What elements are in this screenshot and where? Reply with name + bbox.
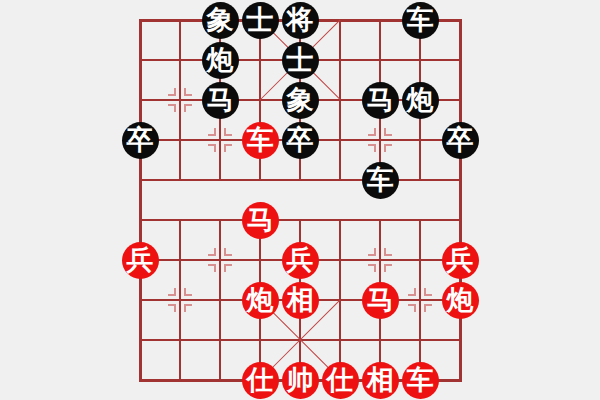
point-marker-arm [384, 144, 386, 152]
piece-black-soldier[interactable]: 卒 [122, 122, 159, 159]
point-marker-arm [214, 128, 216, 136]
piece-black-advisor[interactable]: 士 [242, 2, 279, 39]
piece-black-elephant[interactable]: 象 [202, 2, 239, 39]
piece-red-cannon[interactable]: 炮 [442, 282, 479, 319]
point-marker-arm [424, 288, 426, 296]
point-marker-arm [384, 264, 386, 272]
piece-red-general[interactable]: 帅 [282, 362, 319, 399]
piece-red-advisor[interactable]: 仕 [322, 362, 359, 399]
point-marker-arm [424, 304, 426, 312]
piece-black-elephant[interactable]: 象 [282, 82, 319, 119]
point-marker-arm [414, 288, 416, 296]
point-marker-arm [384, 128, 386, 136]
piece-red-chariot[interactable]: 车 [242, 122, 279, 159]
piece-red-elephant[interactable]: 相 [282, 282, 319, 319]
piece-black-soldier[interactable]: 卒 [442, 122, 479, 159]
point-marker-arm [414, 304, 416, 312]
piece-black-horse[interactable]: 马 [362, 82, 399, 119]
piece-black-advisor[interactable]: 士 [282, 42, 319, 79]
piece-red-soldier[interactable]: 兵 [442, 242, 479, 279]
piece-red-advisor[interactable]: 仕 [242, 362, 279, 399]
piece-red-elephant[interactable]: 相 [362, 362, 399, 399]
piece-red-chariot[interactable]: 车 [402, 362, 439, 399]
piece-red-cannon[interactable]: 炮 [242, 282, 279, 319]
point-marker-arm [174, 104, 176, 112]
grid-line [219, 220, 221, 380]
point-marker-arm [214, 144, 216, 152]
point-marker-arm [374, 128, 376, 136]
piece-black-chariot[interactable]: 车 [362, 162, 399, 199]
point-marker-arm [174, 288, 176, 296]
grid-line [179, 20, 181, 180]
piece-black-cannon[interactable]: 炮 [202, 42, 239, 79]
piece-black-general[interactable]: 将 [282, 2, 319, 39]
piece-black-horse[interactable]: 马 [202, 82, 239, 119]
piece-black-soldier[interactable]: 卒 [282, 122, 319, 159]
point-marker-arm [224, 144, 226, 152]
piece-black-chariot[interactable]: 车 [402, 2, 439, 39]
piece-red-horse[interactable]: 马 [362, 282, 399, 319]
piece-black-cannon[interactable]: 炮 [402, 82, 439, 119]
piece-red-soldier[interactable]: 兵 [122, 242, 159, 279]
piece-red-horse[interactable]: 马 [242, 202, 279, 239]
point-marker-arm [224, 264, 226, 272]
point-marker-arm [184, 304, 186, 312]
point-marker-arm [184, 288, 186, 296]
point-marker-arm [384, 248, 386, 256]
piece-red-soldier[interactable]: 兵 [282, 242, 319, 279]
point-marker-arm [374, 264, 376, 272]
point-marker-arm [224, 128, 226, 136]
xiangqi-app: 象士将车炮士马象马炮卒车卒卒车马兵兵兵炮相马炮仕帅仕相车 [0, 0, 600, 400]
grid-line [179, 220, 181, 380]
point-marker-arm [374, 248, 376, 256]
point-marker-arm [374, 144, 376, 152]
point-marker-arm [184, 88, 186, 96]
point-marker-arm [214, 248, 216, 256]
point-marker-arm [184, 104, 186, 112]
point-marker-arm [174, 88, 176, 96]
point-marker-arm [214, 264, 216, 272]
point-marker-arm [224, 248, 226, 256]
point-marker-arm [174, 304, 176, 312]
xiangqi-board[interactable]: 象士将车炮士马象马炮卒车卒卒车马兵兵兵炮相马炮仕帅仕相车 [0, 0, 600, 400]
grid-line [419, 220, 421, 380]
